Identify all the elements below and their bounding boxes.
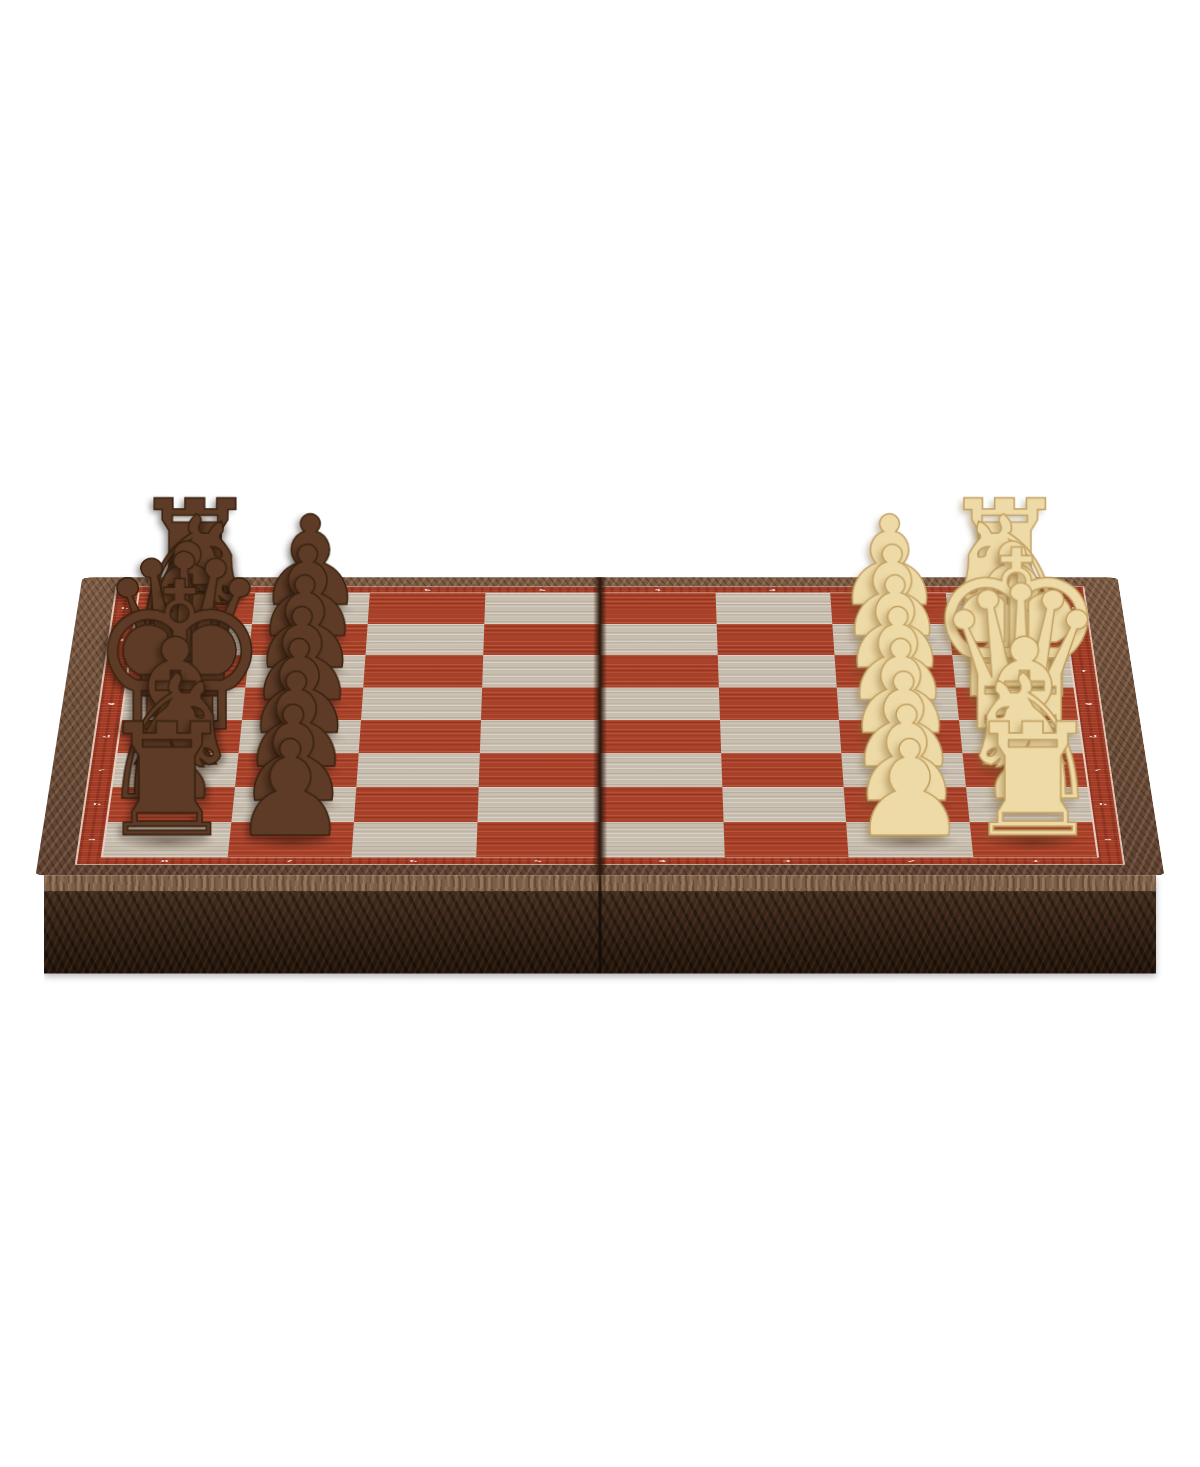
coordinate-label-far-2: 2	[830, 586, 946, 593]
piece-wR-a1: ♜	[969, 822, 1097, 857]
piece-bR-a8: ♜	[103, 822, 231, 857]
coordinate-label-far-3: 3	[715, 586, 830, 593]
black-rook-glyph: ♜	[97, 719, 236, 843]
product-photo-stage: hgfedcbahgfedcba8765432187654321 ♜♟♟♜♞♟♟…	[0, 0, 1200, 1467]
coordinate-label-far-5: 5	[485, 586, 600, 593]
pieces-layer: ♜♟♟♜♞♟♟♞♝♟♟♝♛♟♟♚♚♟♟♛♝♟♟♝♞♟♟♞♜♟♟♜	[103, 593, 1097, 857]
box-front-face	[44, 875, 1156, 973]
box-front-seam	[598, 875, 602, 973]
black-pawn-glyph: ♟	[231, 737, 350, 843]
chess-board-3d: hgfedcbahgfedcba8765432187654321 ♜♟♟♜♞♟♟…	[36, 577, 1165, 875]
piece-wP-a2: ♟	[846, 822, 973, 857]
piece-bP-a7: ♟	[227, 822, 354, 857]
white-pawn-glyph: ♟	[850, 737, 969, 843]
coordinate-label-far-4: 4	[600, 586, 715, 593]
white-rook-glyph: ♜	[964, 719, 1103, 843]
coordinate-label-far-7: 7	[255, 586, 371, 593]
coordinate-label-far-6: 6	[370, 586, 485, 593]
